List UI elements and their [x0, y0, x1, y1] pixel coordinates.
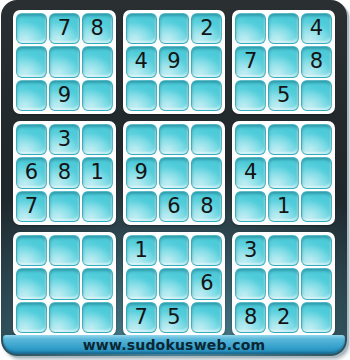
cell-r5c5[interactable] — [159, 157, 190, 188]
cell-r3c8[interactable]: 5 — [268, 80, 299, 111]
box-top-center: 249 — [123, 10, 226, 114]
cell-r8c2[interactable] — [49, 268, 80, 299]
cell-r5c3[interactable]: 1 — [82, 157, 113, 188]
cell-r7c5[interactable] — [159, 235, 190, 266]
cell-r4c5[interactable] — [159, 124, 190, 155]
box-bottom-right: 382 — [232, 232, 335, 336]
cell-r1c4[interactable] — [126, 13, 157, 44]
cell-r9c1[interactable] — [16, 302, 47, 333]
cell-r7c4[interactable]: 1 — [126, 235, 157, 266]
cell-r6c5[interactable]: 6 — [159, 191, 190, 222]
cell-r2c1[interactable] — [16, 46, 47, 77]
cell-r4c1[interactable] — [16, 124, 47, 155]
cell-r2c7[interactable]: 7 — [235, 46, 266, 77]
sudoku-board-frame: 789 249 4785 36817 968 41 1675 382 www.s… — [1, 0, 347, 356]
cell-r8c9[interactable] — [301, 268, 332, 299]
cell-r8c1[interactable] — [16, 268, 47, 299]
cell-r1c3[interactable]: 8 — [82, 13, 113, 44]
cell-r2c4[interactable]: 4 — [126, 46, 157, 77]
cell-r7c6[interactable] — [191, 235, 222, 266]
cell-r9c3[interactable] — [82, 302, 113, 333]
box-bottom-center: 1675 — [123, 232, 226, 336]
cell-r7c2[interactable] — [49, 235, 80, 266]
cell-r2c3[interactable] — [82, 46, 113, 77]
cell-r2c6[interactable] — [191, 46, 222, 77]
cell-r9c5[interactable]: 5 — [159, 302, 190, 333]
cell-r6c3[interactable] — [82, 191, 113, 222]
footer-bar: www.sudokusweb.com — [3, 335, 345, 354]
cell-r8c3[interactable] — [82, 268, 113, 299]
cell-r3c9[interactable] — [301, 80, 332, 111]
cell-r9c7[interactable]: 8 — [235, 302, 266, 333]
box-middle-right: 41 — [232, 121, 335, 225]
cell-r4c4[interactable] — [126, 124, 157, 155]
cell-r6c6[interactable]: 8 — [191, 191, 222, 222]
cell-r9c4[interactable]: 7 — [126, 302, 157, 333]
cell-r4c9[interactable] — [301, 124, 332, 155]
cell-r6c1[interactable]: 7 — [16, 191, 47, 222]
cell-r5c1[interactable]: 6 — [16, 157, 47, 188]
cell-r2c5[interactable]: 9 — [159, 46, 190, 77]
cell-r5c9[interactable] — [301, 157, 332, 188]
cell-r2c9[interactable]: 8 — [301, 46, 332, 77]
cell-r1c6[interactable]: 2 — [191, 13, 222, 44]
cell-r4c6[interactable] — [191, 124, 222, 155]
cell-r8c6[interactable]: 6 — [191, 268, 222, 299]
website-url: www.sudokusweb.com — [83, 337, 266, 353]
cell-r1c5[interactable] — [159, 13, 190, 44]
cell-r3c3[interactable] — [82, 80, 113, 111]
box-middle-center: 968 — [123, 121, 226, 225]
cell-r9c6[interactable] — [191, 302, 222, 333]
cell-r9c2[interactable] — [49, 302, 80, 333]
cell-r7c9[interactable] — [301, 235, 332, 266]
cell-r8c8[interactable] — [268, 268, 299, 299]
cell-r5c2[interactable]: 8 — [49, 157, 80, 188]
cell-r5c7[interactable]: 4 — [235, 157, 266, 188]
box-top-left: 789 — [13, 10, 116, 114]
cell-r6c8[interactable]: 1 — [268, 191, 299, 222]
box-middle-left: 36817 — [13, 121, 116, 225]
cell-r7c1[interactable] — [16, 235, 47, 266]
cell-r2c2[interactable] — [49, 46, 80, 77]
sudoku-page: 789 249 4785 36817 968 41 1675 382 www.s… — [0, 0, 350, 360]
cell-r3c7[interactable] — [235, 80, 266, 111]
cell-r9c9[interactable] — [301, 302, 332, 333]
cell-r3c6[interactable] — [191, 80, 222, 111]
cell-r8c5[interactable] — [159, 268, 190, 299]
cell-r4c3[interactable] — [82, 124, 113, 155]
cell-r4c8[interactable] — [268, 124, 299, 155]
cell-r5c8[interactable] — [268, 157, 299, 188]
cell-r2c8[interactable] — [268, 46, 299, 77]
cell-r7c3[interactable] — [82, 235, 113, 266]
sudoku-board: 789 249 4785 36817 968 41 1675 382 — [13, 10, 335, 336]
cell-r6c9[interactable] — [301, 191, 332, 222]
cell-r3c5[interactable] — [159, 80, 190, 111]
cell-r3c4[interactable] — [126, 80, 157, 111]
cell-r8c4[interactable] — [126, 268, 157, 299]
cell-r6c4[interactable] — [126, 191, 157, 222]
cell-r7c7[interactable]: 3 — [235, 235, 266, 266]
cell-r3c2[interactable]: 9 — [49, 80, 80, 111]
cell-r1c1[interactable] — [16, 13, 47, 44]
cell-r8c7[interactable] — [235, 268, 266, 299]
cell-r1c8[interactable] — [268, 13, 299, 44]
cell-r7c8[interactable] — [268, 235, 299, 266]
cell-r5c6[interactable] — [191, 157, 222, 188]
cell-r6c7[interactable] — [235, 191, 266, 222]
cell-r1c7[interactable] — [235, 13, 266, 44]
cell-r5c4[interactable]: 9 — [126, 157, 157, 188]
cell-r9c8[interactable]: 2 — [268, 302, 299, 333]
cell-r1c2[interactable]: 7 — [49, 13, 80, 44]
cell-r1c9[interactable]: 4 — [301, 13, 332, 44]
box-top-right: 4785 — [232, 10, 335, 114]
box-bottom-left — [13, 232, 116, 336]
cell-r6c2[interactable] — [49, 191, 80, 222]
cell-r4c7[interactable] — [235, 124, 266, 155]
cell-r3c1[interactable] — [16, 80, 47, 111]
cell-r4c2[interactable]: 3 — [49, 124, 80, 155]
